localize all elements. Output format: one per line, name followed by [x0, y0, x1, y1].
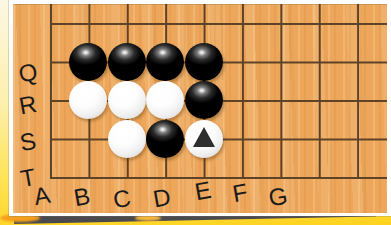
page-background: QRSTABCDEFG — [0, 0, 391, 225]
stone-white-cs[interactable] — [108, 120, 146, 158]
go-board[interactable]: QRSTABCDEFG — [13, 4, 387, 213]
stone-white-dr[interactable] — [146, 81, 184, 119]
stone-black-ds[interactable] — [146, 120, 184, 158]
photo-frame: QRSTABCDEFG — [9, 0, 391, 216]
col-label-a: A — [32, 183, 52, 209]
stone-white-es-marked[interactable] — [185, 120, 223, 158]
row-label-s: S — [18, 128, 38, 154]
col-label-c: C — [111, 186, 132, 213]
col-label-e: E — [193, 178, 213, 204]
stone-black-cq[interactable] — [108, 43, 146, 81]
row-label-r: R — [17, 92, 38, 119]
stone-black-eq[interactable] — [185, 43, 223, 81]
stone-white-cr[interactable] — [108, 81, 146, 119]
row-label-q: Q — [17, 59, 40, 86]
stone-black-er[interactable] — [185, 81, 223, 119]
col-label-b: B — [72, 184, 92, 210]
triangle-marker-icon — [193, 127, 215, 147]
col-label-f: F — [231, 180, 250, 206]
col-label-g: G — [267, 184, 290, 211]
col-label-d: D — [152, 185, 173, 212]
stone-black-dq[interactable] — [146, 43, 184, 81]
stone-black-bq[interactable] — [69, 43, 107, 81]
